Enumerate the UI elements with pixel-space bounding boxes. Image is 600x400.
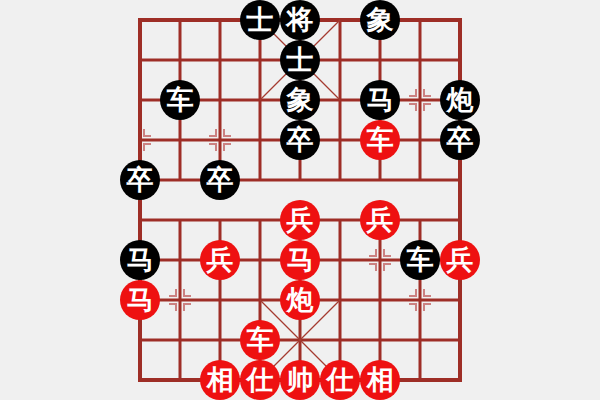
red-pawn[interactable]: 兵 [280,200,320,240]
red-elephant[interactable]: 相 [360,360,400,400]
red-chariot[interactable]: 车 [360,120,400,160]
red-advisor[interactable]: 仕 [320,360,360,400]
red-pawn[interactable]: 兵 [440,240,480,280]
red-advisor[interactable]: 仕 [240,360,280,400]
black-horse[interactable]: 马 [360,80,400,120]
red-general[interactable]: 帅 [280,360,320,400]
black-horse[interactable]: 马 [120,240,160,280]
red-elephant[interactable]: 相 [200,360,240,400]
red-pawn[interactable]: 兵 [200,240,240,280]
black-pawn[interactable]: 卒 [200,160,240,200]
red-cannon[interactable]: 炮 [280,280,320,320]
black-elephant[interactable]: 象 [280,80,320,120]
black-cannon[interactable]: 炮 [440,80,480,120]
black-pawn[interactable]: 卒 [120,160,160,200]
black-advisor[interactable]: 士 [280,40,320,80]
black-general[interactable]: 将 [280,0,320,40]
red-horse[interactable]: 马 [280,240,320,280]
black-elephant[interactable]: 象 [360,0,400,40]
board-grid[interactable]: 士将象士车象马炮卒车卒卒卒兵兵马兵马车兵马炮车相仕帅仕相 [120,0,480,400]
red-horse[interactable]: 马 [120,280,160,320]
xiangqi-board: 士将象士车象马炮卒车卒卒卒兵兵马兵马车兵马炮车相仕帅仕相 [0,0,600,400]
black-chariot[interactable]: 车 [160,80,200,120]
black-advisor[interactable]: 士 [240,0,280,40]
black-pawn[interactable]: 卒 [440,120,480,160]
red-chariot[interactable]: 车 [240,320,280,360]
black-pawn[interactable]: 卒 [280,120,320,160]
black-chariot[interactable]: 车 [400,240,440,280]
red-pawn[interactable]: 兵 [360,200,400,240]
